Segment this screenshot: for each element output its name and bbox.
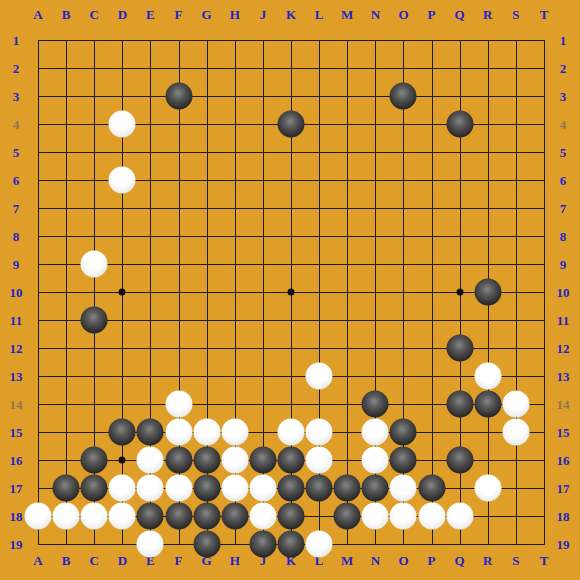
star-point bbox=[119, 289, 126, 296]
black-stone-m18[interactable] bbox=[334, 503, 361, 530]
white-stone-o18[interactable] bbox=[390, 503, 417, 530]
white-stone-n18[interactable] bbox=[362, 503, 389, 530]
col-label-bottom-m: M bbox=[341, 554, 353, 567]
star-point bbox=[288, 289, 295, 296]
col-label-bottom-c: C bbox=[90, 554, 99, 567]
row-label-left-8: 8 bbox=[13, 230, 20, 243]
grid-line-vertical bbox=[432, 40, 433, 545]
col-label-bottom-t: T bbox=[540, 554, 549, 567]
white-stone-d18[interactable] bbox=[109, 503, 136, 530]
white-stone-h15[interactable] bbox=[221, 419, 248, 446]
col-label-top-c: C bbox=[90, 8, 99, 21]
white-stone-s14[interactable] bbox=[502, 391, 529, 418]
black-stone-g16[interactable] bbox=[193, 447, 220, 474]
black-stone-h18[interactable] bbox=[221, 503, 248, 530]
grid-line-vertical bbox=[516, 40, 517, 545]
white-stone-j18[interactable] bbox=[249, 503, 276, 530]
col-label-bottom-s: S bbox=[512, 554, 519, 567]
white-stone-n16[interactable] bbox=[362, 447, 389, 474]
col-label-top-p: P bbox=[428, 8, 436, 21]
white-stone-k15[interactable] bbox=[278, 419, 305, 446]
row-label-left-10: 10 bbox=[10, 286, 23, 299]
star-point bbox=[119, 457, 126, 464]
row-label-right-2: 2 bbox=[560, 62, 567, 75]
row-label-left-18: 18 bbox=[10, 510, 23, 523]
white-stone-l15[interactable] bbox=[306, 419, 333, 446]
row-label-right-18: 18 bbox=[557, 510, 570, 523]
black-stone-p17[interactable] bbox=[418, 475, 445, 502]
black-stone-o15[interactable] bbox=[390, 419, 417, 446]
row-label-left-16: 16 bbox=[10, 454, 23, 467]
row-label-left-2: 2 bbox=[13, 62, 20, 75]
col-label-bottom-h: H bbox=[230, 554, 240, 567]
col-label-top-s: S bbox=[512, 8, 519, 21]
row-label-right-11: 11 bbox=[557, 314, 569, 327]
white-stone-o17[interactable] bbox=[390, 475, 417, 502]
row-label-right-4: 4 bbox=[560, 118, 567, 131]
row-label-right-3: 3 bbox=[560, 90, 567, 103]
col-label-top-f: F bbox=[175, 8, 183, 21]
white-stone-j17[interactable] bbox=[249, 475, 276, 502]
white-stone-a18[interactable] bbox=[25, 503, 52, 530]
row-label-right-1: 1 bbox=[560, 34, 567, 47]
row-label-left-15: 15 bbox=[10, 426, 23, 439]
white-stone-f14[interactable] bbox=[165, 391, 192, 418]
row-label-left-9: 9 bbox=[13, 258, 20, 271]
row-label-right-13: 13 bbox=[557, 370, 570, 383]
col-label-top-b: B bbox=[62, 8, 71, 21]
white-stone-l13[interactable] bbox=[306, 363, 333, 390]
black-stone-n17[interactable] bbox=[362, 475, 389, 502]
col-label-top-l: L bbox=[315, 8, 324, 21]
white-stone-g15[interactable] bbox=[193, 419, 220, 446]
white-stone-c9[interactable] bbox=[81, 251, 108, 278]
col-label-bottom-q: Q bbox=[455, 554, 465, 567]
black-stone-j19[interactable] bbox=[249, 531, 276, 558]
col-label-top-t: T bbox=[540, 8, 549, 21]
black-stone-e18[interactable] bbox=[137, 503, 164, 530]
black-stone-q4[interactable] bbox=[446, 111, 473, 138]
row-label-left-13: 13 bbox=[10, 370, 23, 383]
black-stone-b17[interactable] bbox=[53, 475, 80, 502]
grid-line-horizontal bbox=[38, 376, 545, 377]
white-stone-r17[interactable] bbox=[474, 475, 501, 502]
col-label-top-h: H bbox=[230, 8, 240, 21]
col-label-top-g: G bbox=[202, 8, 212, 21]
row-label-left-17: 17 bbox=[10, 482, 23, 495]
row-label-left-3: 3 bbox=[13, 90, 20, 103]
black-stone-e15[interactable] bbox=[137, 419, 164, 446]
row-label-right-9: 9 bbox=[560, 258, 567, 271]
black-stone-c16[interactable] bbox=[81, 447, 108, 474]
row-label-right-16: 16 bbox=[557, 454, 570, 467]
black-stone-k19[interactable] bbox=[278, 531, 305, 558]
white-stone-d4[interactable] bbox=[109, 111, 136, 138]
row-label-left-12: 12 bbox=[10, 342, 23, 355]
col-label-bottom-r: R bbox=[483, 554, 492, 567]
row-label-right-15: 15 bbox=[557, 426, 570, 439]
row-label-right-17: 17 bbox=[557, 482, 570, 495]
white-stone-h16[interactable] bbox=[221, 447, 248, 474]
col-label-top-j: J bbox=[260, 8, 267, 21]
col-label-top-o: O bbox=[398, 8, 408, 21]
black-stone-f18[interactable] bbox=[165, 503, 192, 530]
col-label-top-a: A bbox=[33, 8, 42, 21]
black-stone-r10[interactable] bbox=[474, 279, 501, 306]
black-stone-q16[interactable] bbox=[446, 447, 473, 474]
black-stone-g18[interactable] bbox=[193, 503, 220, 530]
black-stone-f16[interactable] bbox=[165, 447, 192, 474]
white-stone-e16[interactable] bbox=[137, 447, 164, 474]
row-label-left-6: 6 bbox=[13, 174, 20, 187]
row-label-right-10: 10 bbox=[557, 286, 570, 299]
grid-line-horizontal bbox=[38, 320, 545, 321]
row-label-right-14: 14 bbox=[557, 398, 570, 411]
row-label-left-4: 4 bbox=[13, 118, 20, 131]
white-stone-q18[interactable] bbox=[446, 503, 473, 530]
black-stone-k16[interactable] bbox=[278, 447, 305, 474]
col-label-bottom-p: P bbox=[428, 554, 436, 567]
black-stone-k18[interactable] bbox=[278, 503, 305, 530]
col-label-top-e: E bbox=[146, 8, 155, 21]
white-stone-n15[interactable] bbox=[362, 419, 389, 446]
white-stone-f15[interactable] bbox=[165, 419, 192, 446]
row-label-left-19: 19 bbox=[10, 538, 23, 551]
black-stone-o3[interactable] bbox=[390, 83, 417, 110]
row-label-right-5: 5 bbox=[560, 146, 567, 159]
black-stone-j16[interactable] bbox=[249, 447, 276, 474]
row-label-right-19: 19 bbox=[557, 538, 570, 551]
col-label-bottom-a: A bbox=[33, 554, 42, 567]
black-stone-g19[interactable] bbox=[193, 531, 220, 558]
grid-line-vertical bbox=[347, 40, 348, 545]
row-label-left-7: 7 bbox=[13, 202, 20, 215]
black-stone-r14[interactable] bbox=[474, 391, 501, 418]
grid-line-vertical bbox=[544, 40, 545, 545]
black-stone-d15[interactable] bbox=[109, 419, 136, 446]
black-stone-l17[interactable] bbox=[306, 475, 333, 502]
row-label-left-11: 11 bbox=[10, 314, 22, 327]
col-label-top-n: N bbox=[371, 8, 380, 21]
row-label-left-1: 1 bbox=[13, 34, 20, 47]
black-stone-q12[interactable] bbox=[446, 335, 473, 362]
black-stone-c11[interactable] bbox=[81, 307, 108, 334]
black-stone-g17[interactable] bbox=[193, 475, 220, 502]
black-stone-c17[interactable] bbox=[81, 475, 108, 502]
white-stone-b18[interactable] bbox=[53, 503, 80, 530]
white-stone-h17[interactable] bbox=[221, 475, 248, 502]
white-stone-p18[interactable] bbox=[418, 503, 445, 530]
col-label-bottom-d: D bbox=[118, 554, 127, 567]
row-label-right-7: 7 bbox=[560, 202, 567, 215]
white-stone-d6[interactable] bbox=[109, 167, 136, 194]
white-stone-c18[interactable] bbox=[81, 503, 108, 530]
white-stone-d17[interactable] bbox=[109, 475, 136, 502]
white-stone-f17[interactable] bbox=[165, 475, 192, 502]
row-label-right-8: 8 bbox=[560, 230, 567, 243]
white-stone-e17[interactable] bbox=[137, 475, 164, 502]
white-stone-l16[interactable] bbox=[306, 447, 333, 474]
col-label-top-r: R bbox=[483, 8, 492, 21]
col-label-bottom-n: N bbox=[371, 554, 380, 567]
white-stone-r13[interactable] bbox=[474, 363, 501, 390]
col-label-bottom-f: F bbox=[175, 554, 183, 567]
col-label-top-d: D bbox=[118, 8, 127, 21]
black-stone-q14[interactable] bbox=[446, 391, 473, 418]
row-label-left-5: 5 bbox=[13, 146, 20, 159]
row-label-right-6: 6 bbox=[560, 174, 567, 187]
black-stone-f3[interactable] bbox=[165, 83, 192, 110]
col-label-top-m: M bbox=[341, 8, 353, 21]
row-label-right-12: 12 bbox=[557, 342, 570, 355]
white-stone-s15[interactable] bbox=[502, 419, 529, 446]
col-label-bottom-o: O bbox=[398, 554, 408, 567]
col-label-bottom-b: B bbox=[62, 554, 71, 567]
col-label-top-k: K bbox=[286, 8, 296, 21]
black-stone-o16[interactable] bbox=[390, 447, 417, 474]
white-stone-l19[interactable] bbox=[306, 531, 333, 558]
black-stone-k4[interactable] bbox=[278, 111, 305, 138]
white-stone-e19[interactable] bbox=[137, 531, 164, 558]
black-stone-n14[interactable] bbox=[362, 391, 389, 418]
star-point bbox=[456, 289, 463, 296]
row-label-left-14: 14 bbox=[10, 398, 23, 411]
go-board[interactable]: AABBCCDDEEFFGGHHJJKKLLMMNNOOPPQQRRSSTT11… bbox=[0, 0, 580, 580]
col-label-top-q: Q bbox=[455, 8, 465, 21]
black-stone-m17[interactable] bbox=[334, 475, 361, 502]
black-stone-k17[interactable] bbox=[278, 475, 305, 502]
